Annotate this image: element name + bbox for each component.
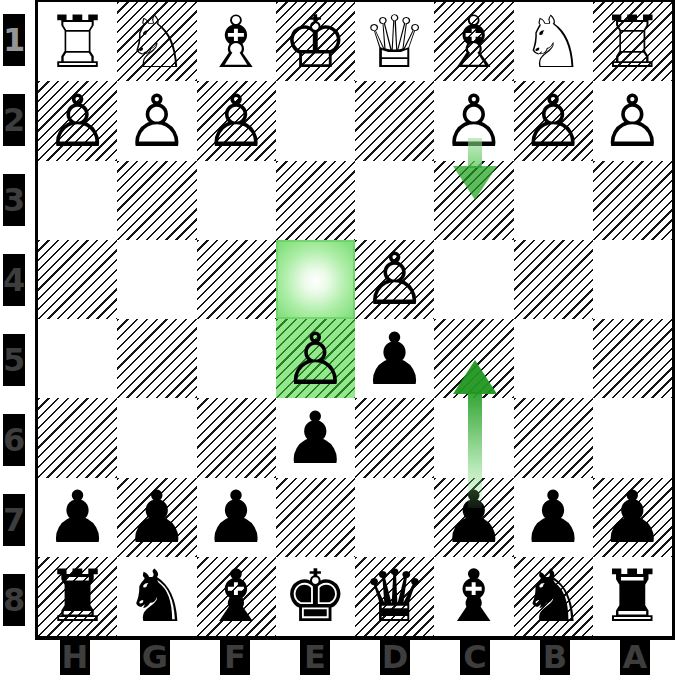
square-f2[interactable]: ♙: [197, 81, 276, 160]
piece-white-pawn[interactable]: ♙: [283, 320, 348, 398]
piece-black-knight[interactable]: ♞: [125, 557, 190, 635]
square-h6[interactable]: [38, 398, 117, 477]
square-b1[interactable]: ♘: [514, 2, 593, 81]
square-b4[interactable]: [514, 240, 593, 319]
piece-black-bishop[interactable]: ♝: [442, 557, 507, 635]
file-label-e: E: [300, 640, 330, 675]
square-g4[interactable]: [117, 240, 196, 319]
piece-white-pawn[interactable]: ♙: [204, 82, 269, 160]
square-h4[interactable]: [38, 240, 117, 319]
square-b2[interactable]: ♙: [514, 81, 593, 160]
square-b5[interactable]: [514, 319, 593, 398]
rank-label-2: 2: [3, 94, 25, 146]
piece-black-pawn[interactable]: ♟: [204, 478, 269, 556]
file-label-f: F: [220, 640, 250, 675]
square-c7[interactable]: ♟: [434, 478, 513, 557]
square-b8[interactable]: ♞: [514, 557, 593, 636]
square-e1[interactable]: ♔: [276, 2, 355, 81]
piece-black-king[interactable]: ♚: [283, 557, 348, 635]
square-a6[interactable]: [593, 398, 672, 477]
piece-black-pawn[interactable]: ♟: [45, 478, 110, 556]
square-g3[interactable]: [117, 161, 196, 240]
piece-black-knight[interactable]: ♞: [521, 557, 586, 635]
square-c4[interactable]: [434, 240, 513, 319]
square-d1[interactable]: ♕: [355, 2, 434, 81]
piece-white-knight[interactable]: ♘: [125, 3, 190, 81]
square-g2[interactable]: ♙: [117, 81, 196, 160]
piece-white-pawn[interactable]: ♙: [600, 82, 665, 160]
square-a2[interactable]: ♙: [593, 81, 672, 160]
piece-black-bishop[interactable]: ♝: [204, 557, 269, 635]
file-label-c: C: [460, 640, 490, 675]
square-d3[interactable]: [355, 161, 434, 240]
square-e2[interactable]: [276, 81, 355, 160]
square-c3[interactable]: [434, 161, 513, 240]
file-label-a: A: [620, 640, 650, 675]
square-c2[interactable]: ♙: [434, 81, 513, 160]
square-a1[interactable]: ♖: [593, 2, 672, 81]
square-h5[interactable]: [38, 319, 117, 398]
square-e8[interactable]: ♚: [276, 557, 355, 636]
square-c8[interactable]: ♝: [434, 557, 513, 636]
file-label-d: D: [380, 640, 410, 675]
rank-label-7: 7: [3, 494, 25, 546]
piece-black-rook[interactable]: ♜: [45, 557, 110, 635]
square-g7[interactable]: ♟: [117, 478, 196, 557]
square-h7[interactable]: ♟: [38, 478, 117, 557]
square-d5[interactable]: ♟: [355, 319, 434, 398]
square-a8[interactable]: ♜: [593, 557, 672, 636]
square-e4[interactable]: [276, 240, 355, 319]
piece-white-pawn[interactable]: ♙: [442, 82, 507, 160]
piece-white-pawn[interactable]: ♙: [45, 82, 110, 160]
square-a3[interactable]: [593, 161, 672, 240]
rank-label-5: 5: [3, 334, 25, 386]
rank-label-3: 3: [3, 174, 25, 226]
piece-black-pawn[interactable]: ♟: [362, 320, 427, 398]
square-f8[interactable]: ♝: [197, 557, 276, 636]
piece-black-pawn[interactable]: ♟: [125, 478, 190, 556]
rank-label-1: 1: [3, 14, 25, 66]
piece-black-queen[interactable]: ♛: [362, 557, 427, 635]
piece-black-pawn[interactable]: ♟: [521, 478, 586, 556]
square-h8[interactable]: ♜: [38, 557, 117, 636]
piece-white-rook[interactable]: ♖: [600, 3, 665, 81]
square-a7[interactable]: ♟: [593, 478, 672, 557]
square-e3[interactable]: [276, 161, 355, 240]
piece-black-pawn[interactable]: ♟: [283, 399, 348, 477]
square-d2[interactable]: [355, 81, 434, 160]
piece-white-pawn[interactable]: ♙: [362, 240, 427, 318]
square-g1[interactable]: ♘: [117, 2, 196, 81]
square-f5[interactable]: [197, 319, 276, 398]
file-label-g: G: [140, 640, 170, 675]
chess-board-app: 12345678 ♖♘♗♔♕♗♘♖♙♙♙♙♙♙♙♙♟♟♟♟♟♟♟♟♜♞♝♚♛♝♞…: [0, 0, 675, 675]
square-e5[interactable]: ♙: [276, 319, 355, 398]
piece-black-pawn[interactable]: ♟: [600, 478, 665, 556]
rank-label-6: 6: [3, 414, 25, 466]
square-c1[interactable]: ♗: [434, 2, 513, 81]
square-h2[interactable]: ♙: [38, 81, 117, 160]
piece-white-knight[interactable]: ♘: [521, 3, 586, 81]
piece-white-bishop[interactable]: ♗: [204, 3, 269, 81]
square-b7[interactable]: ♟: [514, 478, 593, 557]
piece-white-pawn[interactable]: ♙: [125, 82, 190, 160]
square-d8[interactable]: ♛: [355, 557, 434, 636]
square-c6[interactable]: [434, 398, 513, 477]
file-label-h: H: [60, 640, 90, 675]
square-e6[interactable]: ♟: [276, 398, 355, 477]
square-f6[interactable]: [197, 398, 276, 477]
file-label-b: B: [540, 640, 570, 675]
square-d6[interactable]: [355, 398, 434, 477]
piece-white-pawn[interactable]: ♙: [521, 82, 586, 160]
square-a5[interactable]: [593, 319, 672, 398]
square-h3[interactable]: [38, 161, 117, 240]
square-f4[interactable]: [197, 240, 276, 319]
square-f1[interactable]: ♗: [197, 2, 276, 81]
square-g5[interactable]: [117, 319, 196, 398]
piece-white-queen[interactable]: ♕: [362, 3, 427, 81]
piece-white-rook[interactable]: ♖: [45, 3, 110, 81]
piece-black-pawn[interactable]: ♟: [442, 478, 507, 556]
square-a4[interactable]: [593, 240, 672, 319]
square-b3[interactable]: [514, 161, 593, 240]
square-f7[interactable]: ♟: [197, 478, 276, 557]
rank-label-8: 8: [3, 574, 25, 626]
square-h1[interactable]: ♖: [38, 2, 117, 81]
rank-label-4: 4: [3, 254, 25, 306]
square-g6[interactable]: [117, 398, 196, 477]
square-c5[interactable]: [434, 319, 513, 398]
piece-white-bishop[interactable]: ♗: [442, 3, 507, 81]
square-e7[interactable]: [276, 478, 355, 557]
square-d7[interactable]: [355, 478, 434, 557]
piece-white-king[interactable]: ♔: [283, 3, 348, 81]
square-d4[interactable]: ♙: [355, 240, 434, 319]
square-f3[interactable]: [197, 161, 276, 240]
piece-black-rook[interactable]: ♜: [600, 557, 665, 635]
square-b6[interactable]: [514, 398, 593, 477]
chess-board[interactable]: ♖♘♗♔♕♗♘♖♙♙♙♙♙♙♙♙♟♟♟♟♟♟♟♟♜♞♝♚♛♝♞♜: [35, 0, 675, 640]
square-g8[interactable]: ♞: [117, 557, 196, 636]
